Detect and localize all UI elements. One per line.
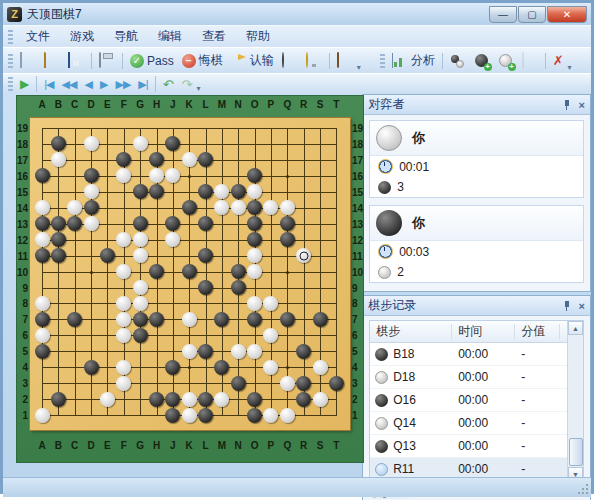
coord-label: H [150, 440, 164, 451]
black-stone-H10 [149, 264, 164, 279]
move-row-D18[interactable]: D18 00:00 - [370, 366, 583, 389]
coord-label: C [68, 440, 82, 451]
black-stone-Q12 [280, 232, 295, 247]
white-stone-D13 [84, 216, 99, 231]
coord-label: 10 [352, 267, 364, 278]
white-stone-K2 [182, 392, 197, 407]
coord-label: T [329, 99, 343, 110]
black-stone-L17 [198, 152, 213, 167]
player-time: 00:01 [399, 160, 429, 174]
coord-label: B [51, 99, 65, 110]
undo-move-button[interactable]: − 悔棋 [178, 51, 227, 70]
move-stone-icon [375, 371, 388, 384]
move-row-Q13[interactable]: Q13 00:00 - [370, 435, 583, 458]
coord-label: 4 [352, 362, 364, 373]
player-avatar-white-stone [376, 125, 402, 151]
variation-forward-button[interactable]: ↷ [178, 76, 197, 93]
white-stone-B17 [51, 152, 66, 167]
clock-icon [378, 159, 393, 174]
move-score: - [515, 347, 560, 361]
coord-label: 3 [352, 378, 364, 389]
coord-label: L [199, 440, 213, 451]
coord-label: O [248, 99, 262, 110]
coord-label: 18 [352, 139, 364, 150]
black-stone-K10 [182, 264, 197, 279]
white-stone-F7 [116, 312, 131, 327]
last-move-button[interactable]: ▶| [134, 77, 151, 92]
black-stone-A7 [35, 312, 50, 327]
white-stone-R11 [296, 248, 311, 263]
black-stone-L15 [198, 184, 213, 199]
move-score: - [515, 439, 560, 453]
coord-label: O [248, 440, 262, 451]
white-stone-F12 [116, 232, 131, 247]
black-stone-N3 [231, 376, 246, 391]
black-stone-L11 [198, 248, 213, 263]
move-time: 00:00 [452, 347, 515, 361]
app-icon: Z [7, 7, 22, 22]
col-score[interactable]: 分值 [515, 324, 560, 339]
white-stone-F8 [116, 296, 131, 311]
coord-label: 16 [352, 171, 364, 182]
coord-label: 13 [16, 219, 28, 230]
open-folder-icon [44, 53, 60, 69]
menu-game[interactable]: 游戏 [60, 26, 104, 47]
players-panel-title: 对弈者 [368, 96, 404, 113]
fast-forward-button[interactable]: ▶▶ [111, 77, 134, 92]
coord-label: 10 [16, 267, 28, 278]
white-stone-J12 [165, 232, 180, 247]
white-stone-M15 [214, 184, 229, 199]
white-stone-O8 [247, 296, 262, 311]
move-score: - [515, 462, 560, 476]
coord-label: D [84, 99, 98, 110]
move-row-B18[interactable]: B18 00:00 - [370, 343, 583, 366]
coord-label: K [182, 440, 196, 451]
toolbar-main: ✓ Pass − 悔棋 认输 ▾ 分析 [3, 47, 591, 73]
delete-button[interactable]: ✗ [549, 52, 568, 69]
coord-label: C [68, 99, 82, 110]
white-stone-G9 [133, 280, 148, 295]
black-stone-O14 [247, 200, 262, 215]
clock-icon [378, 244, 393, 259]
white-stone-G12 [133, 232, 148, 247]
black-stone-C13 [67, 216, 82, 231]
white-stone-S2 [313, 392, 328, 407]
coord-label: 15 [352, 187, 364, 198]
coord-label: 14 [16, 203, 28, 214]
white-stone-G11 [133, 248, 148, 263]
move-row-O16[interactable]: O16 00:00 - [370, 389, 583, 412]
black-stone-L9 [198, 280, 213, 295]
coord-label: 11 [352, 251, 364, 262]
white-stone-A14 [35, 200, 50, 215]
toolbar2-overflow[interactable]: ▾ [568, 63, 572, 72]
coord-label: 1 [16, 410, 28, 421]
coord-label: 8 [352, 298, 364, 309]
coord-label: E [100, 440, 114, 451]
save-floppy-icon [68, 53, 84, 69]
black-stone-B18 [51, 136, 66, 151]
coord-label: N [231, 99, 245, 110]
coord-label: 2 [16, 394, 28, 405]
black-stone-J1 [165, 408, 180, 423]
coord-label: 8 [16, 298, 28, 309]
coord-label: 2 [352, 394, 364, 405]
black-stone-A13 [35, 216, 50, 231]
white-stone-K1 [182, 408, 197, 423]
toolbar-overflow[interactable]: ▾ [357, 63, 361, 72]
coord-label: 19 [16, 123, 28, 134]
capture-stone-icon [378, 181, 391, 194]
hint-bulb-icon [306, 53, 322, 69]
new-file-icon [20, 53, 36, 69]
coord-label: 3 [16, 378, 28, 389]
coord-label: N [231, 440, 245, 451]
fast-forward-icon: ▶▶ [115, 78, 130, 91]
fast-back-icon: ◀◀ [62, 78, 77, 91]
move-time: 00:00 [452, 393, 515, 407]
back-icon: ◀ [84, 78, 91, 91]
variation-back-button[interactable]: ↶ [159, 76, 178, 93]
move-label: B18 [393, 347, 414, 361]
white-stone-G18 [133, 136, 148, 151]
estimate-button[interactable] [278, 52, 302, 70]
white-stone-K5 [182, 344, 197, 359]
board-zone: AABBCCDDEEFFGGHHJJKKLLMMNNOOPPQQRRSSTT19… [3, 94, 360, 477]
coord-label: 9 [16, 283, 28, 294]
stones-pair-icon [450, 53, 466, 69]
black-stone-B2 [51, 392, 66, 407]
window-title: 天顶围棋7 [27, 6, 489, 23]
black-stone-A16 [35, 168, 50, 183]
menu-edit[interactable]: 编辑 [148, 26, 192, 47]
coord-label: 12 [16, 235, 28, 246]
move-score: - [515, 393, 560, 407]
white-stone-A6 [35, 328, 50, 343]
toolbar-playback: ▶ |◀ ◀◀ ◀ ▶ ▶▶ ▶| ↶ ↷ ▾ [3, 73, 591, 94]
move-label: O16 [393, 393, 416, 407]
coord-label: 19 [352, 123, 364, 134]
players-panel-close-icon[interactable]: × [579, 99, 585, 111]
black-stone-Q7 [280, 312, 295, 327]
white-stone-Q14 [280, 200, 295, 215]
coord-label: S [313, 99, 327, 110]
player-name: 你 [412, 129, 425, 147]
coord-label: 16 [16, 171, 28, 182]
coord-label: F [117, 99, 131, 110]
coord-label: 17 [352, 155, 364, 166]
menu-help[interactable]: 帮助 [236, 26, 280, 47]
move-table-scrollbar[interactable]: ▲ ▼ [567, 321, 583, 481]
white-stone-F4 [116, 360, 131, 375]
menu-bar: 文件 游戏 导航 编辑 查看 帮助 [3, 25, 591, 47]
black-stone-J4 [165, 360, 180, 375]
coord-label: Q [280, 440, 294, 451]
moves-panel-close-icon[interactable]: × [579, 300, 585, 312]
black-stone-H17 [149, 152, 164, 167]
move-table: 棋步 时间 分值 B18 00:00 - D18 00:00 - O16 00:… [369, 320, 584, 482]
hint-button[interactable] [302, 52, 326, 70]
players-panel: 对弈者 × 你 00:01 3 你 00:03 2 [362, 94, 591, 292]
move-row-Q14[interactable]: Q14 00:00 - [370, 412, 583, 435]
coord-label: M [215, 99, 229, 110]
black-stone-H15 [149, 184, 164, 199]
move-label: Q13 [393, 439, 416, 453]
break-button[interactable] [333, 52, 357, 70]
white-stone-P14 [263, 200, 278, 215]
white-stone-P6 [263, 328, 278, 343]
minimize-button[interactable]: — [489, 6, 517, 23]
add-black-stone-button[interactable]: + [470, 52, 494, 70]
black-stone-G6 [133, 328, 148, 343]
move-stone-icon [375, 394, 388, 407]
erase-stone-button[interactable] [518, 52, 542, 70]
coord-label: D [84, 440, 98, 451]
move-label: Q14 [393, 416, 416, 430]
white-stone-A8 [35, 296, 50, 311]
player-name: 你 [412, 214, 425, 232]
black-stone-B12 [51, 232, 66, 247]
maximize-button[interactable]: ▢ [518, 6, 546, 23]
coord-label: J [166, 99, 180, 110]
capture-count: 3 [397, 180, 404, 194]
setup-stones-button[interactable] [446, 52, 470, 70]
coord-label: E [100, 99, 114, 110]
white-stone-P1 [263, 408, 278, 423]
close-button[interactable]: ✕ [547, 6, 587, 23]
coord-label: 11 [16, 251, 28, 262]
white-stone-P4 [263, 360, 278, 375]
black-stone-R2 [296, 392, 311, 407]
black-stone-O7 [247, 312, 262, 327]
coord-label: 5 [16, 346, 28, 357]
menu-navigate[interactable]: 导航 [104, 26, 148, 47]
black-stone-O12 [247, 232, 262, 247]
black-stone-K14 [182, 200, 197, 215]
black-stone-O16 [247, 168, 262, 183]
coord-label: L [199, 99, 213, 110]
sidebar: 对弈者 × 你 00:01 3 你 00:03 2 [362, 94, 591, 477]
print-button[interactable] [95, 52, 119, 70]
white-stone-O11 [247, 248, 262, 263]
coord-label: G [133, 99, 147, 110]
app-window: Z 天顶围棋7 — ▢ ✕ 文件 游戏 导航 编辑 查看 帮助 ✓ Pass −… [0, 0, 594, 494]
black-stone-C7 [67, 312, 82, 327]
black-stone-A5 [35, 344, 50, 359]
white-stone-M14 [214, 200, 229, 215]
coord-label: S [313, 440, 327, 451]
coord-label: J [166, 440, 180, 451]
move-score: - [515, 370, 560, 384]
black-stone-G13 [133, 216, 148, 231]
black-stone-O13 [247, 216, 262, 231]
menu-file[interactable]: 文件 [16, 26, 60, 47]
coord-label: K [182, 99, 196, 110]
white-stone-C14 [67, 200, 82, 215]
white-stone-D18 [84, 136, 99, 151]
white-stone-F6 [116, 328, 131, 343]
col-time[interactable]: 时间 [452, 324, 515, 339]
open-file-button[interactable] [40, 52, 64, 70]
player-time: 00:03 [399, 245, 429, 259]
coord-label: P [264, 440, 278, 451]
black-stone-L13 [198, 216, 213, 231]
black-stone-R3 [296, 376, 311, 391]
white-stone-S4 [313, 360, 328, 375]
first-move-icon: |◀ [44, 78, 53, 91]
resign-flag-icon [231, 53, 247, 69]
last-move-marker [299, 251, 308, 260]
white-stone-D15 [84, 184, 99, 199]
white-stone-F10 [116, 264, 131, 279]
white-stone-O15 [247, 184, 262, 199]
move-time: 00:00 [452, 416, 515, 430]
analyze-chart-icon [392, 53, 408, 69]
white-stone-A1 [35, 408, 50, 423]
white-stone-N5 [231, 344, 246, 359]
scroll-up-icon[interactable]: ▲ [568, 321, 583, 335]
coord-label: Q [280, 99, 294, 110]
play-button[interactable]: ▶ [16, 76, 33, 92]
pass-button[interactable]: ✓ Pass [126, 53, 178, 69]
black-stone-D14 [84, 200, 99, 215]
black-stone-L1 [198, 408, 213, 423]
resign-button[interactable]: 认输 [227, 51, 278, 70]
resize-grip[interactable] [577, 483, 589, 495]
coord-label: F [117, 440, 131, 451]
black-stone-H2 [149, 392, 164, 407]
pin-icon-2[interactable] [562, 301, 572, 311]
move-score: - [515, 416, 560, 430]
black-stone-B11 [51, 248, 66, 263]
forward-button[interactable]: ▶ [96, 77, 111, 92]
black-stone-S7 [313, 312, 328, 327]
black-stone-J18 [165, 136, 180, 151]
coord-label: H [150, 99, 164, 110]
player-card-white: 你 00:01 3 [369, 120, 584, 198]
coord-label: 7 [16, 314, 28, 325]
move-stone-icon [375, 348, 388, 361]
move-stone-icon [375, 417, 388, 430]
white-stone-M2 [214, 392, 229, 407]
black-stone-E11 [100, 248, 115, 263]
white-stone-Q1 [280, 408, 295, 423]
black-stone-R5 [296, 344, 311, 359]
save-button[interactable] [64, 52, 88, 70]
last-move-icon: ▶| [138, 78, 147, 91]
analyze-button[interactable]: 分析 [388, 51, 439, 70]
black-stone-T3 [329, 376, 344, 391]
coord-label: G [133, 440, 147, 451]
white-stone-plus-icon: + [498, 53, 514, 69]
black-stone-G7 [133, 312, 148, 327]
black-stone-G15 [133, 184, 148, 199]
col-move[interactable]: 棋步 [370, 324, 452, 339]
black-stone-J13 [165, 216, 180, 231]
white-stone-P8 [263, 296, 278, 311]
curved-arrow-left-icon: ↶ [163, 77, 174, 92]
undo-icon: − [182, 54, 196, 68]
white-stone-J16 [165, 168, 180, 183]
black-stone-N10 [231, 264, 246, 279]
coord-label: 17 [16, 155, 28, 166]
white-stone-O10 [247, 264, 262, 279]
coord-label: P [264, 99, 278, 110]
white-stone-N14 [231, 200, 246, 215]
red-x-icon: ✗ [553, 53, 564, 68]
eraser-icon [522, 53, 538, 69]
capture-count: 2 [397, 265, 404, 279]
coord-label: 14 [352, 203, 364, 214]
coord-label: 6 [352, 330, 364, 341]
back-button[interactable]: ◀ [80, 77, 95, 92]
black-stone-L5 [198, 344, 213, 359]
coord-label: A [35, 99, 49, 110]
white-stone-F3 [116, 376, 131, 391]
board-felt: AABBCCDDEEFFGGHHJJKKLLMMNNOOPPQQRRSSTT19… [16, 95, 364, 463]
coord-label: 15 [16, 187, 28, 198]
fast-back-button[interactable]: ◀◀ [58, 77, 81, 92]
white-stone-G8 [133, 296, 148, 311]
black-stone-L2 [198, 392, 213, 407]
black-stone-J2 [165, 392, 180, 407]
coord-label: 18 [16, 139, 28, 150]
scroll-thumb[interactable] [569, 438, 583, 466]
black-stone-A11 [35, 248, 50, 263]
white-stone-H16 [149, 168, 164, 183]
move-record-panel: 棋步记录 × 棋步 时间 分值 B18 00:00 - D18 00:00 [362, 295, 591, 500]
black-stone-O1 [247, 408, 262, 423]
moves-panel-title: 棋步记录 [368, 297, 416, 314]
curved-arrow-right-icon: ↷ [182, 77, 193, 92]
estimate-icon [282, 53, 298, 69]
coord-label: R [297, 440, 311, 451]
coord-label: 5 [352, 346, 364, 357]
black-stone-D4 [84, 360, 99, 375]
coord-label: 6 [16, 330, 28, 341]
capture-stone-icon [378, 266, 391, 279]
black-stone-Q13 [280, 216, 295, 231]
menu-grip [8, 30, 13, 44]
move-time: 00:00 [452, 439, 515, 453]
coord-label: M [215, 440, 229, 451]
move-stone-icon [375, 463, 388, 476]
coord-label: 7 [352, 314, 364, 325]
playback-overflow[interactable]: ▾ [196, 84, 200, 93]
black-stone-M7 [214, 312, 229, 327]
white-stone-A12 [35, 232, 50, 247]
play-icon: ▶ [20, 77, 29, 91]
player-card-black: 你 00:03 2 [369, 205, 584, 283]
black-stone-plus-icon: + [474, 53, 490, 69]
move-label: R11 [393, 462, 414, 476]
coord-label: 1 [352, 410, 364, 421]
go-board[interactable] [30, 118, 350, 430]
white-stone-K17 [182, 152, 197, 167]
black-stone-D16 [84, 168, 99, 183]
menu-view[interactable]: 查看 [192, 26, 236, 47]
coord-label: 12 [352, 235, 364, 246]
add-white-stone-button[interactable]: + [494, 52, 518, 70]
white-stone-O5 [247, 344, 262, 359]
new-file-button[interactable] [16, 52, 40, 70]
pin-icon[interactable] [562, 100, 572, 110]
first-move-button[interactable]: |◀ [40, 77, 57, 92]
coord-label: A [35, 440, 49, 451]
black-stone-H7 [149, 312, 164, 327]
status-bar [3, 477, 591, 497]
